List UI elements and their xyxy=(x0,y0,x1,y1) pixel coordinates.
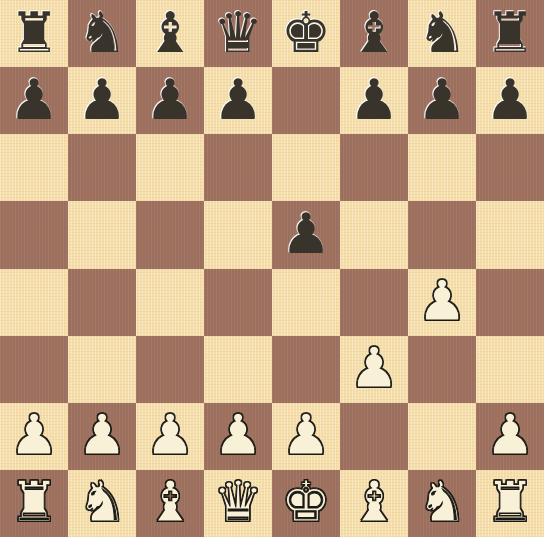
square-b7[interactable]: ♟ xyxy=(68,67,136,134)
square-e6[interactable] xyxy=(272,134,340,201)
square-c8[interactable]: ♝ xyxy=(136,0,204,67)
square-b5[interactable] xyxy=(68,201,136,268)
square-d8[interactable]: ♛ xyxy=(204,0,272,67)
square-g4[interactable]: ♟ xyxy=(408,269,476,336)
square-f7[interactable]: ♟ xyxy=(340,67,408,134)
square-e5[interactable]: ♟ xyxy=(272,201,340,268)
piece-black-pawn: ♟ xyxy=(281,206,331,262)
square-d2[interactable]: ♟ xyxy=(204,403,272,470)
square-b4[interactable] xyxy=(68,269,136,336)
square-f6[interactable] xyxy=(340,134,408,201)
piece-black-queen: ♛ xyxy=(213,5,263,61)
square-g7[interactable]: ♟ xyxy=(408,67,476,134)
square-h2[interactable]: ♟ xyxy=(476,403,544,470)
square-c3[interactable] xyxy=(136,336,204,403)
square-e3[interactable] xyxy=(272,336,340,403)
piece-white-pawn: ♟ xyxy=(349,340,399,396)
piece-black-rook: ♜ xyxy=(9,5,59,61)
piece-white-pawn: ♟ xyxy=(213,407,263,463)
piece-white-pawn: ♟ xyxy=(9,407,59,463)
piece-black-pawn: ♟ xyxy=(145,72,195,128)
square-a3[interactable] xyxy=(0,336,68,403)
square-f4[interactable] xyxy=(340,269,408,336)
square-d7[interactable]: ♟ xyxy=(204,67,272,134)
square-f5[interactable] xyxy=(340,201,408,268)
piece-white-pawn: ♟ xyxy=(485,407,535,463)
piece-black-rook: ♜ xyxy=(485,5,535,61)
piece-black-pawn: ♟ xyxy=(349,72,399,128)
square-h1[interactable]: ♜ xyxy=(476,470,544,537)
square-c6[interactable] xyxy=(136,134,204,201)
square-e8[interactable]: ♚ xyxy=(272,0,340,67)
piece-white-king: ♚ xyxy=(281,474,331,530)
square-f2[interactable] xyxy=(340,403,408,470)
square-h3[interactable] xyxy=(476,336,544,403)
piece-white-bishop: ♝ xyxy=(145,474,195,530)
square-g8[interactable]: ♞ xyxy=(408,0,476,67)
piece-black-pawn: ♟ xyxy=(417,72,467,128)
square-e4[interactable] xyxy=(272,269,340,336)
square-c2[interactable]: ♟ xyxy=(136,403,204,470)
square-b6[interactable] xyxy=(68,134,136,201)
square-h8[interactable]: ♜ xyxy=(476,0,544,67)
square-g1[interactable]: ♞ xyxy=(408,470,476,537)
square-g2[interactable] xyxy=(408,403,476,470)
square-a6[interactable] xyxy=(0,134,68,201)
square-a7[interactable]: ♟ xyxy=(0,67,68,134)
square-e2[interactable]: ♟ xyxy=(272,403,340,470)
piece-black-knight: ♞ xyxy=(77,5,127,61)
square-c4[interactable] xyxy=(136,269,204,336)
square-b8[interactable]: ♞ xyxy=(68,0,136,67)
piece-white-queen: ♛ xyxy=(213,474,263,530)
square-e1[interactable]: ♚ xyxy=(272,470,340,537)
piece-white-knight: ♞ xyxy=(417,474,467,530)
square-d5[interactable] xyxy=(204,201,272,268)
square-f3[interactable]: ♟ xyxy=(340,336,408,403)
square-b2[interactable]: ♟ xyxy=(68,403,136,470)
square-c7[interactable]: ♟ xyxy=(136,67,204,134)
piece-white-rook: ♜ xyxy=(9,474,59,530)
square-h4[interactable] xyxy=(476,269,544,336)
square-a1[interactable]: ♜ xyxy=(0,470,68,537)
square-d1[interactable]: ♛ xyxy=(204,470,272,537)
square-d6[interactable] xyxy=(204,134,272,201)
piece-white-pawn: ♟ xyxy=(281,407,331,463)
square-g6[interactable] xyxy=(408,134,476,201)
square-c5[interactable] xyxy=(136,201,204,268)
square-g3[interactable] xyxy=(408,336,476,403)
piece-black-pawn: ♟ xyxy=(77,72,127,128)
square-a5[interactable] xyxy=(0,201,68,268)
piece-white-bishop: ♝ xyxy=(349,474,399,530)
square-a2[interactable]: ♟ xyxy=(0,403,68,470)
square-b1[interactable]: ♞ xyxy=(68,470,136,537)
square-h7[interactable]: ♟ xyxy=(476,67,544,134)
piece-black-pawn: ♟ xyxy=(485,72,535,128)
square-h5[interactable] xyxy=(476,201,544,268)
square-e7[interactable] xyxy=(272,67,340,134)
chess-board: ♜♞♝♛♚♝♞♜♟♟♟♟♟♟♟♟♟♟♟♟♟♟♟♟♜♞♝♛♚♝♞♜ xyxy=(0,0,544,537)
piece-white-pawn: ♟ xyxy=(417,273,467,329)
piece-white-knight: ♞ xyxy=(77,474,127,530)
square-h6[interactable] xyxy=(476,134,544,201)
piece-black-pawn: ♟ xyxy=(213,72,263,128)
square-b3[interactable] xyxy=(68,336,136,403)
piece-black-pawn: ♟ xyxy=(9,72,59,128)
piece-white-pawn: ♟ xyxy=(145,407,195,463)
piece-black-knight: ♞ xyxy=(417,5,467,61)
square-c1[interactable]: ♝ xyxy=(136,470,204,537)
square-d3[interactable] xyxy=(204,336,272,403)
square-d4[interactable] xyxy=(204,269,272,336)
piece-black-bishop: ♝ xyxy=(349,5,399,61)
piece-black-king: ♚ xyxy=(281,5,331,61)
square-a4[interactable] xyxy=(0,269,68,336)
piece-black-bishop: ♝ xyxy=(145,5,195,61)
piece-white-pawn: ♟ xyxy=(77,407,127,463)
square-f8[interactable]: ♝ xyxy=(340,0,408,67)
square-f1[interactable]: ♝ xyxy=(340,470,408,537)
square-a8[interactable]: ♜ xyxy=(0,0,68,67)
square-g5[interactable] xyxy=(408,201,476,268)
piece-white-rook: ♜ xyxy=(485,474,535,530)
